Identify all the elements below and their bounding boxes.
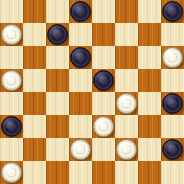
checker-piece-white[interactable]: [70, 139, 91, 160]
board-square-29[interactable]: [0, 161, 23, 184]
board-square-24[interactable]: [138, 115, 161, 138]
checker-piece-black[interactable]: [162, 1, 183, 22]
board-square-21[interactable]: [0, 115, 23, 138]
board-square-26[interactable]: [69, 138, 92, 161]
board-square-27[interactable]: [115, 138, 138, 161]
board-square-9[interactable]: [23, 46, 46, 69]
board-square-32[interactable]: [138, 161, 161, 184]
board-square-light: [138, 0, 161, 23]
board-square-23[interactable]: [92, 115, 115, 138]
board-square-1[interactable]: [23, 0, 46, 23]
board-square-8[interactable]: [138, 23, 161, 46]
board-square-light: [92, 0, 115, 23]
board-square-light: [46, 92, 69, 115]
board-square-2[interactable]: [69, 0, 92, 23]
checker-piece-white[interactable]: [1, 70, 22, 91]
board-square-30[interactable]: [46, 161, 69, 184]
board-square-25[interactable]: [23, 138, 46, 161]
board-square-6[interactable]: [46, 23, 69, 46]
board-square-light: [69, 69, 92, 92]
board-square-10[interactable]: [69, 46, 92, 69]
checker-piece-black[interactable]: [162, 93, 183, 114]
board-square-light: [161, 115, 184, 138]
board-square-11[interactable]: [115, 46, 138, 69]
board-square-13[interactable]: [0, 69, 23, 92]
checker-piece-white[interactable]: [93, 116, 114, 137]
board-square-light: [0, 0, 23, 23]
board-square-light: [115, 23, 138, 46]
board-square-light: [23, 115, 46, 138]
board-square-31[interactable]: [92, 161, 115, 184]
board-square-light: [161, 161, 184, 184]
checker-piece-black[interactable]: [1, 116, 22, 137]
board-square-light: [69, 115, 92, 138]
board-square-light: [0, 138, 23, 161]
board-square-light: [138, 46, 161, 69]
board-square-light: [115, 115, 138, 138]
board-square-light: [138, 138, 161, 161]
board-square-light: [92, 138, 115, 161]
board-square-light: [23, 23, 46, 46]
board-square-17[interactable]: [23, 92, 46, 115]
board-square-light: [138, 92, 161, 115]
board-square-3[interactable]: [115, 0, 138, 23]
board-square-light: [23, 161, 46, 184]
board-square-28[interactable]: [161, 138, 184, 161]
board-square-14[interactable]: [46, 69, 69, 92]
board-square-20[interactable]: [161, 92, 184, 115]
board-square-light: [0, 92, 23, 115]
board-square-light: [161, 69, 184, 92]
checker-piece-white[interactable]: [116, 93, 137, 114]
board-square-light: [92, 46, 115, 69]
board-square-light: [46, 0, 69, 23]
checker-piece-white[interactable]: [116, 139, 137, 160]
checkers-board: [0, 0, 184, 184]
board-square-7[interactable]: [92, 23, 115, 46]
board-square-light: [0, 46, 23, 69]
board-square-15[interactable]: [92, 69, 115, 92]
checker-piece-white[interactable]: [162, 47, 183, 68]
board-square-12[interactable]: [161, 46, 184, 69]
board-square-18[interactable]: [69, 92, 92, 115]
board-square-4[interactable]: [161, 0, 184, 23]
board-square-5[interactable]: [0, 23, 23, 46]
board-square-light: [46, 46, 69, 69]
checker-piece-black[interactable]: [70, 1, 91, 22]
board-square-light: [69, 161, 92, 184]
checker-piece-black[interactable]: [162, 139, 183, 160]
checker-piece-white[interactable]: [1, 162, 22, 183]
checker-piece-white[interactable]: [1, 24, 22, 45]
board-square-light: [69, 23, 92, 46]
board-square-light: [161, 23, 184, 46]
board-square-light: [46, 138, 69, 161]
board-square-light: [115, 69, 138, 92]
checker-piece-black[interactable]: [70, 47, 91, 68]
board-square-19[interactable]: [115, 92, 138, 115]
board-square-16[interactable]: [138, 69, 161, 92]
board-square-22[interactable]: [46, 115, 69, 138]
board-square-light: [23, 69, 46, 92]
checker-piece-black[interactable]: [93, 70, 114, 91]
board-square-light: [92, 92, 115, 115]
checker-piece-black[interactable]: [47, 24, 68, 45]
board-square-light: [115, 161, 138, 184]
